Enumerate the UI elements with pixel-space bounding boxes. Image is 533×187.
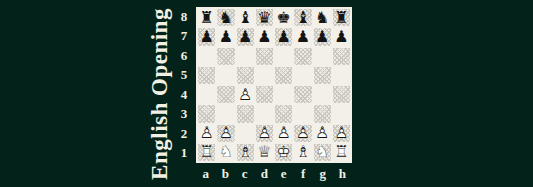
square-h3 xyxy=(332,104,351,123)
square-a6 xyxy=(197,47,216,66)
square-c1: ♝♗ xyxy=(236,143,255,162)
white-pawn: ♟♙ xyxy=(236,85,255,104)
opening-title-text: English Opening xyxy=(147,8,173,180)
file-label-d: d xyxy=(255,164,275,184)
square-b3 xyxy=(216,104,235,123)
square-f3 xyxy=(293,104,312,123)
square-e7: ♟ xyxy=(274,27,293,46)
black-pawn: ♟ xyxy=(255,27,274,46)
black-knight: ♞ xyxy=(313,8,332,27)
white-pawn: ♟♙ xyxy=(313,124,332,143)
square-g8: ♞ xyxy=(313,8,332,27)
square-d1: ♛♕ xyxy=(255,143,274,162)
white-knight: ♞♘ xyxy=(216,143,235,162)
black-pawn: ♟ xyxy=(293,27,312,46)
square-a2: ♟♙ xyxy=(197,124,216,143)
square-e5 xyxy=(274,66,293,85)
square-b2: ♟♙ xyxy=(216,124,235,143)
square-f8: ♝ xyxy=(293,8,312,27)
file-label-g: g xyxy=(313,164,333,184)
black-pawn: ♟ xyxy=(197,27,216,46)
white-bishop: ♝♗ xyxy=(236,143,255,162)
square-d4 xyxy=(255,85,274,104)
square-c8: ♝ xyxy=(236,8,255,27)
white-knight: ♞♘ xyxy=(313,143,332,162)
square-c2 xyxy=(236,124,255,143)
english-opening-banner: English Opening 87654321 ♜♞♝♛♚♝♞♜♟♟♟♟♟♟♟… xyxy=(0,0,533,187)
white-rook: ♜♖ xyxy=(197,143,216,162)
file-label-f: f xyxy=(294,164,314,184)
square-b5 xyxy=(216,66,235,85)
square-h5 xyxy=(332,66,351,85)
chess-board: ♜♞♝♛♚♝♞♜♟♟♟♟♟♟♟♟♟♙♟♙♟♙♟♙♟♙♟♙♟♙♟♙♜♖♞♘♝♗♛♕… xyxy=(196,7,352,163)
square-a7: ♟ xyxy=(197,27,216,46)
rank-label-6: 6 xyxy=(176,46,192,66)
file-label-h: h xyxy=(333,164,353,184)
square-a8: ♜ xyxy=(197,8,216,27)
square-f7: ♟ xyxy=(293,27,312,46)
square-d7: ♟ xyxy=(255,27,274,46)
square-a5 xyxy=(197,66,216,85)
white-queen: ♛♕ xyxy=(255,143,274,162)
white-rook: ♜♖ xyxy=(332,143,351,162)
square-d5 xyxy=(255,66,274,85)
rank-labels: 87654321 xyxy=(176,7,192,163)
rank-label-3: 3 xyxy=(176,105,192,125)
square-g5 xyxy=(313,66,332,85)
square-g6 xyxy=(313,47,332,66)
square-h4 xyxy=(332,85,351,104)
black-king: ♚ xyxy=(274,8,293,27)
file-label-c: c xyxy=(235,164,255,184)
square-b8: ♞ xyxy=(216,8,235,27)
rank-label-2: 2 xyxy=(176,124,192,144)
square-b1: ♞♘ xyxy=(216,143,235,162)
square-a4 xyxy=(197,85,216,104)
rank-label-5: 5 xyxy=(176,66,192,86)
black-rook: ♜ xyxy=(332,8,351,27)
square-e1: ♚♔ xyxy=(274,143,293,162)
file-labels: abcdefgh xyxy=(196,164,352,184)
square-d2: ♟♙ xyxy=(255,124,274,143)
square-g4 xyxy=(313,85,332,104)
square-f4 xyxy=(293,85,312,104)
rank-label-4: 4 xyxy=(176,85,192,105)
square-b7: ♟ xyxy=(216,27,235,46)
square-e4 xyxy=(274,85,293,104)
white-pawn: ♟♙ xyxy=(274,124,293,143)
black-pawn: ♟ xyxy=(332,27,351,46)
white-pawn: ♟♙ xyxy=(197,124,216,143)
square-g1: ♞♘ xyxy=(313,143,332,162)
black-rook: ♜ xyxy=(197,8,216,27)
rank-label-1: 1 xyxy=(176,144,192,164)
white-pawn: ♟♙ xyxy=(332,124,351,143)
square-b6 xyxy=(216,47,235,66)
black-queen: ♛ xyxy=(255,8,274,27)
square-g2: ♟♙ xyxy=(313,124,332,143)
file-label-a: a xyxy=(196,164,216,184)
square-e6 xyxy=(274,47,293,66)
rank-label-8: 8 xyxy=(176,7,192,27)
square-e8: ♚ xyxy=(274,8,293,27)
black-pawn: ♟ xyxy=(274,27,293,46)
square-h2: ♟♙ xyxy=(332,124,351,143)
square-c6 xyxy=(236,47,255,66)
square-h6 xyxy=(332,47,351,66)
square-g3 xyxy=(313,104,332,123)
square-f5 xyxy=(293,66,312,85)
square-c5 xyxy=(236,66,255,85)
square-f6 xyxy=(293,47,312,66)
white-bishop: ♝♗ xyxy=(293,143,312,162)
square-a1: ♜♖ xyxy=(197,143,216,162)
square-h8: ♜ xyxy=(332,8,351,27)
square-d6 xyxy=(255,47,274,66)
square-d8: ♛ xyxy=(255,8,274,27)
white-king: ♚♔ xyxy=(274,143,293,162)
square-e3 xyxy=(274,104,293,123)
black-pawn: ♟ xyxy=(236,27,255,46)
white-pawn: ♟♙ xyxy=(255,124,274,143)
square-e2: ♟♙ xyxy=(274,124,293,143)
square-c7: ♟ xyxy=(236,27,255,46)
file-label-b: b xyxy=(216,164,236,184)
black-pawn: ♟ xyxy=(216,27,235,46)
square-d3 xyxy=(255,104,274,123)
square-c4: ♟♙ xyxy=(236,85,255,104)
rank-label-7: 7 xyxy=(176,27,192,47)
square-c3 xyxy=(236,104,255,123)
opening-title: English Opening xyxy=(143,0,177,187)
black-bishop: ♝ xyxy=(236,8,255,27)
file-label-e: e xyxy=(274,164,294,184)
square-h1: ♜♖ xyxy=(332,143,351,162)
square-f2: ♟♙ xyxy=(293,124,312,143)
black-bishop: ♝ xyxy=(293,8,312,27)
black-knight: ♞ xyxy=(216,8,235,27)
black-pawn: ♟ xyxy=(313,27,332,46)
square-b4 xyxy=(216,85,235,104)
square-f1: ♝♗ xyxy=(293,143,312,162)
white-pawn: ♟♙ xyxy=(216,124,235,143)
white-pawn: ♟♙ xyxy=(293,124,312,143)
square-g7: ♟ xyxy=(313,27,332,46)
square-a3 xyxy=(197,104,216,123)
square-h7: ♟ xyxy=(332,27,351,46)
